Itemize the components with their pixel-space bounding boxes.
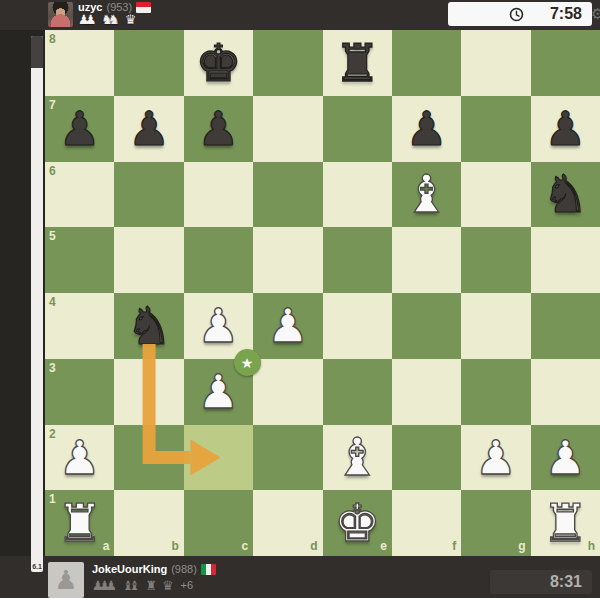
square-a5[interactable]: 5 [45, 227, 114, 293]
file-label-b: b [171, 540, 178, 552]
square-e8[interactable]: ♜ [323, 30, 392, 96]
square-g1[interactable]: g [461, 490, 530, 556]
captured-cluster: ♟♟♟ [92, 579, 117, 592]
black-r-piece-e8[interactable]: ♜ [323, 30, 392, 96]
square-c3[interactable]: ♟ [184, 359, 253, 425]
rank-label-4: 4 [49, 296, 56, 308]
square-e1[interactable]: e♚ [323, 490, 392, 556]
white-r-piece-a1[interactable]: ♜ [45, 490, 114, 556]
black-n-piece-h6[interactable]: ♞ [531, 162, 600, 228]
square-f7[interactable]: ♟ [392, 96, 461, 162]
white-p-piece-c3[interactable]: ♟ [184, 359, 253, 425]
white-p-piece-g2[interactable]: ♟ [461, 425, 530, 491]
square-a4[interactable]: 4 [45, 293, 114, 359]
evaluation-black-portion [31, 36, 43, 68]
square-a8[interactable]: 8 [45, 30, 114, 96]
rank-label-5: 5 [49, 230, 56, 242]
black-p-piece-a7[interactable]: ♟ [45, 96, 114, 162]
square-e4[interactable] [323, 293, 392, 359]
captured-cluster: ♞♞ [101, 13, 119, 26]
bottom-player-bar: ♟ JokeUourKing (988) ♟♟♟♝♝♜♛+6 8:31 [0, 556, 600, 598]
square-f1[interactable]: f [392, 490, 461, 556]
pawn-avatar-icon: ♟ [54, 565, 77, 595]
evaluation-bar: 6.1 [31, 36, 43, 572]
file-label-g: g [518, 540, 525, 552]
square-b7[interactable]: ♟ [114, 96, 183, 162]
bottom-player-name[interactable]: JokeUourKing [92, 564, 167, 575]
white-p-piece-a2[interactable]: ♟ [45, 425, 114, 491]
square-g2[interactable]: ♟ [461, 425, 530, 491]
square-h5[interactable] [531, 227, 600, 293]
rank-label-3: 3 [49, 362, 56, 374]
square-b1[interactable]: b [114, 490, 183, 556]
bottom-player-rating: (988) [171, 564, 197, 575]
bottom-captured-pieces: ♟♟♟♝♝♜♛+6 [92, 579, 193, 592]
top-player-avatar[interactable] [48, 2, 73, 27]
square-c6[interactable] [184, 162, 253, 228]
square-b8[interactable] [114, 30, 183, 96]
square-h3[interactable] [531, 359, 600, 425]
square-g3[interactable] [461, 359, 530, 425]
rank-label-6: 6 [49, 165, 56, 177]
chess-board: 8♚♜7♟♟♟♟♟6♝♞54♞♟♟3♟2♟♝♟♟1a♜bcde♚fgh♜ [45, 30, 600, 556]
bottom-player-clock: 8:31 [490, 570, 592, 594]
square-d2[interactable] [253, 425, 322, 491]
top-captured-pieces: ♟♟♞♞♛ [78, 13, 136, 26]
captured-cluster: ♝♝ [122, 579, 140, 592]
indonesia-flag-icon [136, 2, 151, 13]
square-e3[interactable] [323, 359, 392, 425]
square-f2[interactable] [392, 425, 461, 491]
rank-label-8: 8 [49, 33, 56, 45]
black-p-piece-f7[interactable]: ♟ [392, 96, 461, 162]
square-d4[interactable]: ♟ [253, 293, 322, 359]
square-h8[interactable] [531, 30, 600, 96]
square-d8[interactable] [253, 30, 322, 96]
chess-app: uzyc (953) ♟♟♞♞♛ 7:58 ⚙ 6.1 8♚♜7♟♟♟♟♟6♝♞… [0, 0, 600, 598]
square-b5[interactable] [114, 227, 183, 293]
top-player-bar: uzyc (953) ♟♟♞♞♛ 7:58 ⚙ [0, 0, 600, 30]
square-g6[interactable] [461, 162, 530, 228]
black-k-piece-c8[interactable]: ♚ [184, 30, 253, 96]
bottom-clock-time: 8:31 [550, 573, 582, 591]
square-c8[interactable]: ♚ [184, 30, 253, 96]
square-c4[interactable]: ♟ [184, 293, 253, 359]
gear-icon[interactable]: ⚙ [591, 5, 600, 23]
white-r-piece-h1[interactable]: ♜ [531, 490, 600, 556]
square-e7[interactable] [323, 96, 392, 162]
square-a2[interactable]: 2♟ [45, 425, 114, 491]
square-f3[interactable] [392, 359, 461, 425]
square-a7[interactable]: 7♟ [45, 96, 114, 162]
square-e6[interactable] [323, 162, 392, 228]
captured-cluster: ♜ [145, 579, 157, 592]
black-p-piece-c7[interactable]: ♟ [184, 96, 253, 162]
captured-cluster: ♛ [162, 579, 174, 592]
square-a3[interactable]: 3 [45, 359, 114, 425]
material-advantage: +6 [181, 579, 194, 592]
top-player-clock: 7:58 [448, 2, 592, 26]
captured-cluster: ♛ [125, 13, 137, 26]
black-n-piece-b4[interactable]: ♞ [114, 293, 183, 359]
square-e5[interactable] [323, 227, 392, 293]
square-d7[interactable] [253, 96, 322, 162]
square-h4[interactable] [531, 293, 600, 359]
square-b2[interactable] [114, 425, 183, 491]
square-d1[interactable]: d [253, 490, 322, 556]
white-k-piece-e1[interactable]: ♚ [323, 490, 392, 556]
captured-cluster: ♟♟ [78, 13, 96, 26]
white-p-piece-h2[interactable]: ♟ [531, 425, 600, 491]
square-g8[interactable] [461, 30, 530, 96]
square-b4[interactable]: ♞ [114, 293, 183, 359]
file-label-c: c [241, 540, 248, 552]
white-b-piece-f6[interactable]: ♝ [392, 162, 461, 228]
square-e2[interactable]: ♝ [323, 425, 392, 491]
bottom-player-avatar[interactable]: ♟ [48, 562, 84, 598]
square-h1[interactable]: h♜ [531, 490, 600, 556]
bottom-player-name-row: JokeUourKing (988) [92, 564, 216, 575]
square-a6[interactable]: 6 [45, 162, 114, 228]
top-clock-time: 7:58 [550, 5, 582, 23]
square-d5[interactable] [253, 227, 322, 293]
square-b6[interactable] [114, 162, 183, 228]
square-f6[interactable]: ♝ [392, 162, 461, 228]
square-b3[interactable] [114, 359, 183, 425]
square-f4[interactable] [392, 293, 461, 359]
clock-icon [509, 7, 524, 22]
square-g5[interactable] [461, 227, 530, 293]
italy-flag-icon [201, 564, 216, 575]
square-h2[interactable]: ♟ [531, 425, 600, 491]
file-label-d: d [310, 540, 317, 552]
square-f5[interactable] [392, 227, 461, 293]
square-c1[interactable]: c [184, 490, 253, 556]
white-p-piece-d4[interactable]: ♟ [253, 293, 322, 359]
square-d6[interactable] [253, 162, 322, 228]
square-c7[interactable]: ♟ [184, 96, 253, 162]
black-p-piece-b7[interactable]: ♟ [114, 96, 183, 162]
white-b-piece-e2[interactable]: ♝ [323, 425, 392, 491]
square-c5[interactable] [184, 227, 253, 293]
square-a1[interactable]: 1a♜ [45, 490, 114, 556]
square-d3[interactable] [253, 359, 322, 425]
square-h6[interactable]: ♞ [531, 162, 600, 228]
file-label-f: f [452, 540, 456, 552]
square-c2[interactable] [184, 425, 253, 491]
square-g4[interactable] [461, 293, 530, 359]
square-h7[interactable]: ♟ [531, 96, 600, 162]
square-f8[interactable] [392, 30, 461, 96]
square-g7[interactable] [461, 96, 530, 162]
white-p-piece-c4[interactable]: ♟ [184, 293, 253, 359]
black-p-piece-h7[interactable]: ♟ [531, 96, 600, 162]
